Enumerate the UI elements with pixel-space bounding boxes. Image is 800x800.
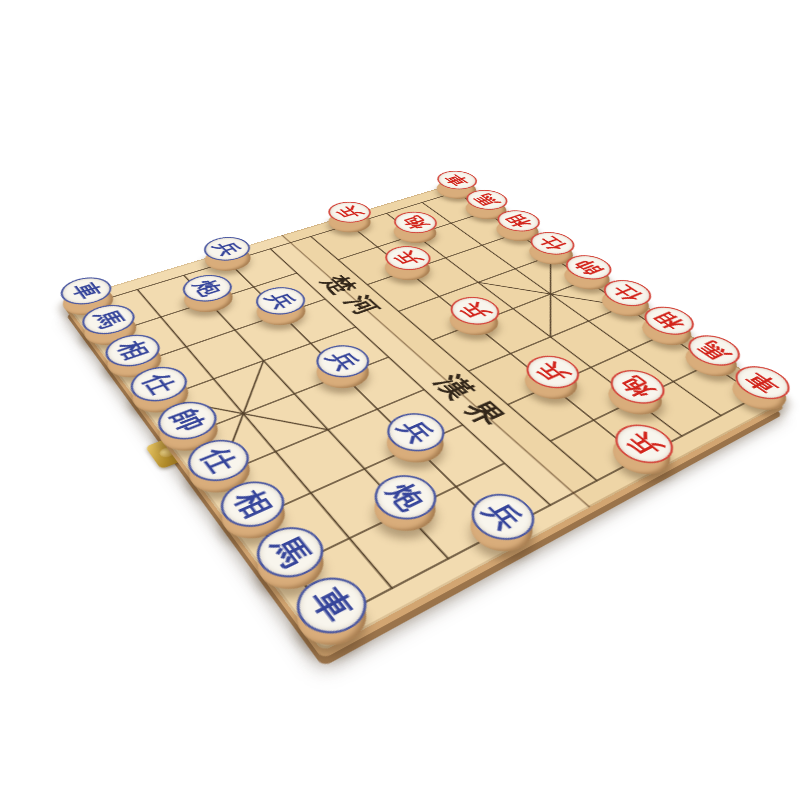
- piece-character: 炮: [189, 278, 226, 298]
- xiangqi-board: 楚 河 漢 界 車馬相仕帥仕相馬車炮炮兵兵兵兵兵車馬相仕帥仕相馬車炮炮兵兵兵兵兵: [63, 182, 788, 652]
- camera-tilt: 楚 河 漢 界 車馬相仕帥仕相馬車炮炮兵兵兵兵兵車馬相仕帥仕相馬車炮炮兵兵兵兵兵: [0, 0, 800, 800]
- piece-blue-cannon: 炮: [362, 482, 447, 544]
- piece-face: 兵: [603, 418, 685, 471]
- piece-blue-cannon: 炮: [176, 284, 241, 321]
- piece-character: 馬: [90, 308, 128, 330]
- piece-blue-soldier: 兵: [248, 296, 314, 334]
- piece-character: 仕: [196, 444, 242, 476]
- piece-character: 馬: [694, 339, 735, 362]
- piece-character: 兵: [532, 359, 574, 384]
- piece-character: 兵: [621, 429, 667, 459]
- piece-red-soldier: 兵: [440, 305, 508, 344]
- piece-face: 炮: [362, 467, 448, 528]
- piece-character: 車: [305, 584, 359, 627]
- piece-red-cannon: 炮: [386, 220, 445, 250]
- product-photo: 楚 河 漢 界 車馬相仕帥仕相馬車炮炮兵兵兵兵兵車馬相仕帥仕相馬車炮炮兵兵兵兵兵: [0, 0, 800, 800]
- piece-character: 車: [741, 370, 784, 395]
- piece-red-chariot: 車: [721, 374, 796, 420]
- piece-character: 相: [650, 310, 689, 332]
- piece-character: 相: [229, 486, 277, 521]
- piece-character: 馬: [471, 192, 503, 207]
- piece-red-soldier: 兵: [376, 255, 438, 288]
- piece-blue-soldier: 兵: [198, 246, 259, 279]
- piece-character: 兵: [478, 499, 527, 535]
- perspective-stage: 楚 河 漢 界 車馬相仕帥仕相馬車炮炮兵兵兵兵兵車馬相仕帥仕相馬車炮炮兵兵兵兵兵: [0, 0, 800, 800]
- piece-character: 兵: [394, 417, 439, 446]
- piece-face: 兵: [376, 406, 456, 459]
- piece-character: 仕: [535, 235, 570, 252]
- piece-character: 炮: [381, 480, 429, 514]
- piece-character: 兵: [323, 349, 364, 374]
- piece-character: 相: [502, 213, 535, 229]
- piece-character: 車: [442, 173, 473, 187]
- piece-red-soldier: 兵: [514, 364, 588, 409]
- piece-character: 帥: [166, 406, 209, 435]
- piece-character: 相: [113, 338, 153, 362]
- piece-character: 仕: [609, 283, 646, 303]
- piece-blue-soldier: 兵: [307, 353, 379, 398]
- piece-red-cannon: 炮: [597, 378, 672, 425]
- piece-character: 炮: [399, 214, 432, 230]
- board-surface: 楚 河 漢 界 車馬相仕帥仕相馬車炮炮兵兵兵兵兵車馬相仕帥仕相馬車炮炮兵兵兵兵兵: [63, 182, 788, 652]
- piece-character: 仕: [138, 371, 180, 398]
- piece-character: 兵: [333, 204, 366, 220]
- piece-character: 兵: [456, 300, 494, 321]
- piece-character: 車: [68, 280, 105, 301]
- piece-character: 兵: [210, 240, 245, 258]
- piece-blue-soldier: 兵: [376, 421, 455, 474]
- pieces-layer: 車馬相仕帥仕相馬車炮炮兵兵兵兵兵車馬相仕帥仕相馬車炮炮兵兵兵兵兵: [63, 182, 788, 652]
- piece-character: 兵: [262, 290, 299, 311]
- piece-character: 兵: [390, 249, 425, 267]
- piece-red-soldier: 兵: [321, 211, 379, 240]
- piece-face: 兵: [459, 486, 547, 550]
- piece-character: 馬: [265, 533, 316, 572]
- piece-character: 炮: [617, 374, 660, 400]
- piece-face: 炮: [600, 364, 676, 410]
- piece-character: 帥: [571, 258, 607, 277]
